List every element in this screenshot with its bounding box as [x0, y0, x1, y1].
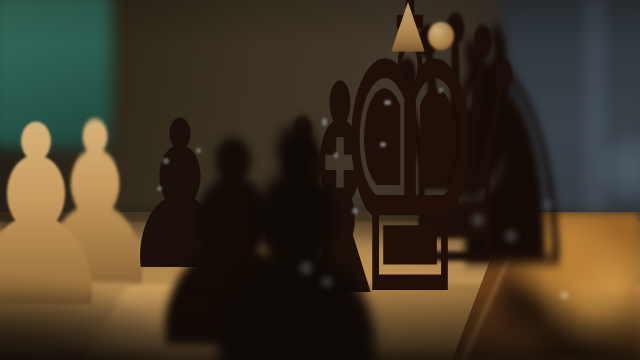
black-pawn[interactable]: ♟ — [179, 87, 416, 360]
chess-photo-scene: ♟ ♟ ♟ ♞ ♛ ♚ ♝ ♟ ♟ ♟ — [0, 0, 640, 360]
board-square[interactable] — [630, 222, 640, 284]
white-pawn[interactable]: ♟ — [0, 93, 120, 343]
bokeh-highlight — [598, 132, 640, 204]
